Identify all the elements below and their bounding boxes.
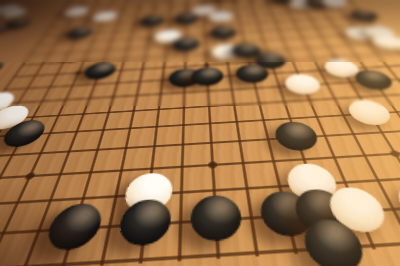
star-point	[74, 71, 82, 75]
white-stone-1-2[interactable]	[62, 6, 91, 17]
perspective-scene	[0, 0, 400, 266]
white-stone-3-3[interactable]	[90, 11, 118, 23]
black-stone-10-6[interactable]	[209, 26, 237, 40]
black-stone-2-5[interactable]	[63, 26, 95, 40]
white-stone-13-11[interactable]	[282, 73, 324, 95]
go-board[interactable]	[0, 0, 400, 266]
black-stone-5-17[interactable]	[41, 202, 105, 251]
camera-roll-wrapper	[0, 0, 400, 266]
black-stone-9-10[interactable]	[191, 66, 224, 86]
black-stone-12-14[interactable]	[272, 121, 322, 152]
black-stone-6-4[interactable]	[139, 15, 166, 27]
black-stone-9-17[interactable]	[191, 194, 244, 242]
go-photo-frame	[0, 0, 400, 266]
black-stone-7-17[interactable]	[116, 198, 172, 247]
black-stone-8-4[interactable]	[174, 13, 199, 25]
black-stone-8-7[interactable]	[171, 37, 200, 52]
white-stone-10-4[interactable]	[208, 11, 234, 23]
star-point	[24, 172, 36, 180]
star-point	[389, 150, 400, 157]
black-stone-4-9[interactable]	[81, 61, 118, 80]
loose-stone-4[interactable]	[0, 60, 8, 78]
star-point	[208, 161, 217, 168]
black-stone-18-5[interactable]	[347, 10, 383, 23]
